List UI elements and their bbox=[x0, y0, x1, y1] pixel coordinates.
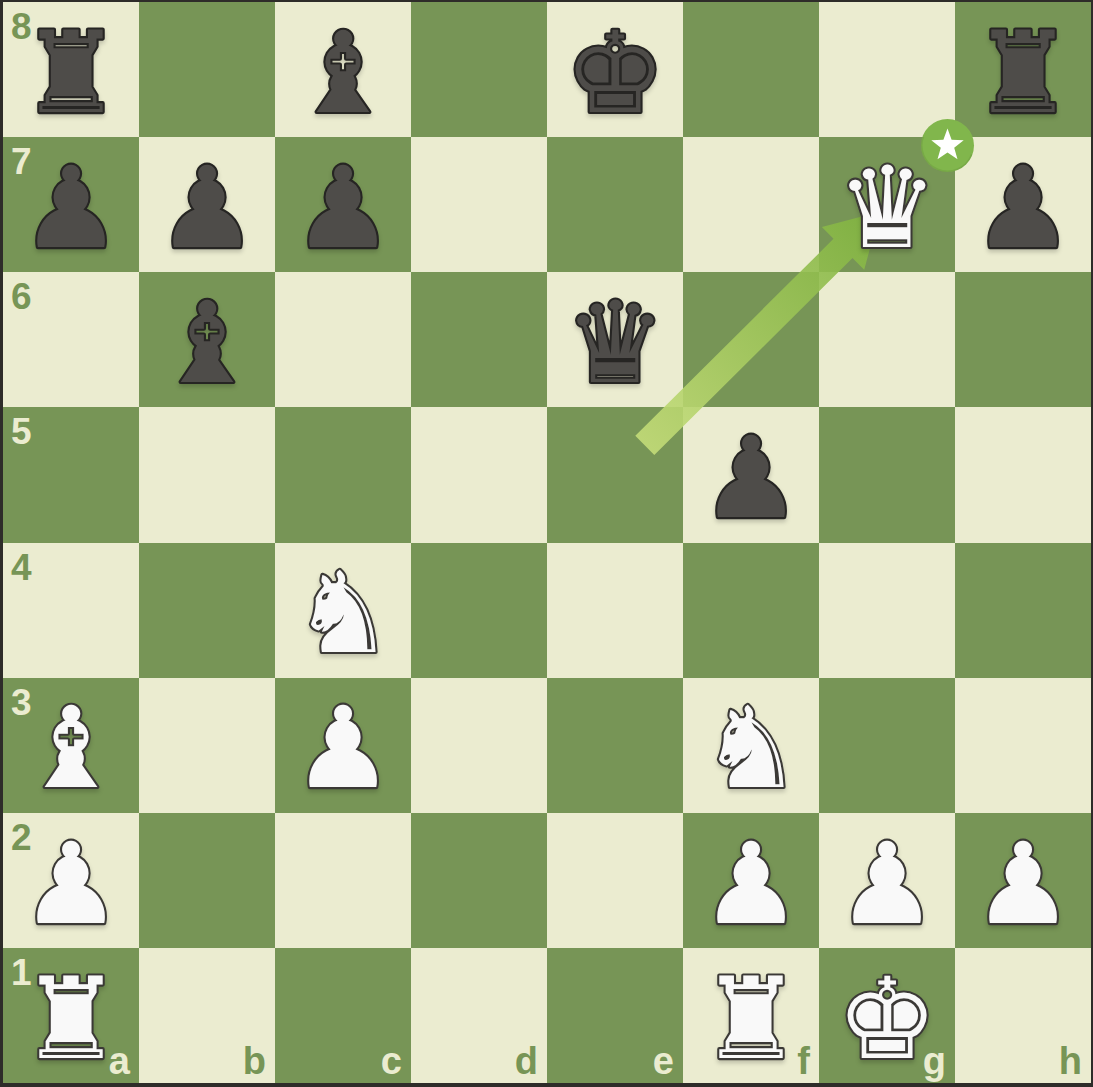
svg-text:♟: ♟ bbox=[20, 822, 121, 940]
square-h6[interactable] bbox=[955, 272, 1091, 407]
square-g2[interactable]: ♟ bbox=[819, 813, 955, 948]
square-c4[interactable]: ♞ bbox=[275, 543, 411, 678]
file-label-h: h bbox=[1059, 1042, 1082, 1080]
svg-text:♚: ♚ bbox=[836, 957, 937, 1075]
square-e7[interactable] bbox=[547, 137, 683, 272]
black-pawn[interactable]: ♟ bbox=[692, 416, 810, 534]
rank-label-6: 6 bbox=[11, 278, 32, 315]
square-e8[interactable]: ♚ bbox=[547, 2, 683, 137]
square-a3[interactable]: 3♝ bbox=[3, 678, 139, 813]
square-g4[interactable] bbox=[819, 543, 955, 678]
rank-label-5: 5 bbox=[11, 413, 32, 450]
square-d3[interactable] bbox=[411, 678, 547, 813]
square-f2[interactable]: ♟ bbox=[683, 813, 819, 948]
svg-text:♝: ♝ bbox=[156, 281, 257, 399]
black-king[interactable]: ♚ bbox=[556, 11, 674, 129]
square-f5[interactable]: ♟ bbox=[683, 407, 819, 542]
svg-text:♟: ♟ bbox=[292, 686, 393, 804]
square-c8[interactable]: ♝ bbox=[275, 2, 411, 137]
square-e6[interactable]: ♛ bbox=[547, 272, 683, 407]
square-e5[interactable] bbox=[547, 407, 683, 542]
square-d8[interactable] bbox=[411, 2, 547, 137]
svg-text:♜: ♜ bbox=[700, 957, 801, 1075]
svg-text:♟: ♟ bbox=[156, 146, 257, 264]
svg-text:♟: ♟ bbox=[972, 146, 1073, 264]
square-f7[interactable] bbox=[683, 137, 819, 272]
square-e3[interactable] bbox=[547, 678, 683, 813]
square-g5[interactable] bbox=[819, 407, 955, 542]
svg-text:♝: ♝ bbox=[20, 686, 121, 804]
square-c1[interactable]: c bbox=[275, 948, 411, 1083]
square-g7[interactable]: ♛ bbox=[819, 137, 955, 272]
square-g8[interactable] bbox=[819, 2, 955, 137]
square-c7[interactable]: ♟ bbox=[275, 137, 411, 272]
square-a8[interactable]: 8♜ bbox=[3, 2, 139, 137]
file-label-c: c bbox=[381, 1042, 402, 1080]
svg-text:♚: ♚ bbox=[564, 11, 665, 129]
svg-text:♟: ♟ bbox=[972, 822, 1073, 940]
square-d5[interactable] bbox=[411, 407, 547, 542]
square-b7[interactable]: ♟ bbox=[139, 137, 275, 272]
black-pawn[interactable]: ♟ bbox=[284, 146, 402, 264]
white-queen[interactable]: ♛ bbox=[828, 146, 946, 264]
square-d2[interactable] bbox=[411, 813, 547, 948]
square-a4[interactable]: 4 bbox=[3, 543, 139, 678]
svg-text:♝: ♝ bbox=[292, 11, 393, 129]
square-b6[interactable]: ♝ bbox=[139, 272, 275, 407]
black-pawn[interactable]: ♟ bbox=[12, 146, 130, 264]
square-g1[interactable]: g♚ bbox=[819, 948, 955, 1083]
svg-text:♛: ♛ bbox=[564, 281, 665, 399]
svg-text:♞: ♞ bbox=[292, 551, 393, 669]
square-e4[interactable] bbox=[547, 543, 683, 678]
square-h7[interactable]: ♟ bbox=[955, 137, 1091, 272]
file-label-b: b bbox=[243, 1042, 266, 1080]
white-knight[interactable]: ♞ bbox=[284, 551, 402, 669]
square-d7[interactable] bbox=[411, 137, 547, 272]
rank-label-4: 4 bbox=[11, 549, 32, 586]
square-h3[interactable] bbox=[955, 678, 1091, 813]
square-d1[interactable]: d bbox=[411, 948, 547, 1083]
square-b2[interactable] bbox=[139, 813, 275, 948]
square-c6[interactable] bbox=[275, 272, 411, 407]
square-b8[interactable] bbox=[139, 2, 275, 137]
square-h5[interactable] bbox=[955, 407, 1091, 542]
square-a6[interactable]: 6 bbox=[3, 272, 139, 407]
square-f3[interactable]: ♞ bbox=[683, 678, 819, 813]
black-bishop[interactable]: ♝ bbox=[284, 11, 402, 129]
white-rook[interactable]: ♜ bbox=[692, 957, 810, 1075]
svg-text:♟: ♟ bbox=[700, 822, 801, 940]
file-label-e: e bbox=[653, 1042, 674, 1080]
white-rook[interactable]: ♜ bbox=[12, 957, 130, 1075]
square-f4[interactable] bbox=[683, 543, 819, 678]
svg-text:♞: ♞ bbox=[700, 686, 801, 804]
square-g6[interactable] bbox=[819, 272, 955, 407]
square-b4[interactable] bbox=[139, 543, 275, 678]
file-label-d: d bbox=[515, 1042, 538, 1080]
svg-text:♜: ♜ bbox=[20, 957, 121, 1075]
white-pawn[interactable]: ♟ bbox=[12, 822, 130, 940]
square-e1[interactable]: e bbox=[547, 948, 683, 1083]
square-h8[interactable]: ♜ bbox=[955, 2, 1091, 137]
white-bishop[interactable]: ♝ bbox=[12, 686, 130, 804]
square-a1[interactable]: 1a♜ bbox=[3, 948, 139, 1083]
white-knight[interactable]: ♞ bbox=[692, 686, 810, 804]
square-a2[interactable]: 2♟ bbox=[3, 813, 139, 948]
square-c5[interactable] bbox=[275, 407, 411, 542]
square-f6[interactable] bbox=[683, 272, 819, 407]
board-frame: 8♜♝♚♜7♟♟♟♛♟6♝♛5♟4♞3♝♟♞2♟♟♟♟1a♜bcdef♜g♚h bbox=[0, 0, 1093, 1087]
chess-board: 8♜♝♚♜7♟♟♟♛♟6♝♛5♟4♞3♝♟♞2♟♟♟♟1a♜bcdef♜g♚h bbox=[3, 2, 1091, 1083]
svg-text:♟: ♟ bbox=[20, 146, 121, 264]
square-d6[interactable] bbox=[411, 272, 547, 407]
square-b1[interactable]: b bbox=[139, 948, 275, 1083]
square-e2[interactable] bbox=[547, 813, 683, 948]
white-pawn[interactable]: ♟ bbox=[964, 822, 1082, 940]
square-c3[interactable]: ♟ bbox=[275, 678, 411, 813]
square-a5[interactable]: 5 bbox=[3, 407, 139, 542]
svg-text:♜: ♜ bbox=[972, 11, 1073, 129]
black-rook[interactable]: ♜ bbox=[12, 11, 130, 129]
square-b5[interactable] bbox=[139, 407, 275, 542]
white-pawn[interactable]: ♟ bbox=[692, 822, 810, 940]
white-pawn[interactable]: ♟ bbox=[284, 686, 402, 804]
square-f8[interactable] bbox=[683, 2, 819, 137]
square-b3[interactable] bbox=[139, 678, 275, 813]
svg-text:♛: ♛ bbox=[836, 146, 937, 264]
svg-text:♟: ♟ bbox=[700, 416, 801, 534]
square-a7[interactable]: 7♟ bbox=[3, 137, 139, 272]
black-rook[interactable]: ♜ bbox=[964, 11, 1082, 129]
svg-text:♟: ♟ bbox=[292, 146, 393, 264]
square-f1[interactable]: f♜ bbox=[683, 948, 819, 1083]
square-h2[interactable]: ♟ bbox=[955, 813, 1091, 948]
black-pawn[interactable]: ♟ bbox=[964, 146, 1082, 264]
svg-text:♜: ♜ bbox=[20, 11, 121, 129]
white-pawn[interactable]: ♟ bbox=[828, 822, 946, 940]
black-bishop[interactable]: ♝ bbox=[148, 281, 266, 399]
svg-text:♟: ♟ bbox=[836, 822, 937, 940]
square-h4[interactable] bbox=[955, 543, 1091, 678]
black-pawn[interactable]: ♟ bbox=[148, 146, 266, 264]
black-queen[interactable]: ♛ bbox=[556, 281, 674, 399]
white-king[interactable]: ♚ bbox=[828, 957, 946, 1075]
square-g3[interactable] bbox=[819, 678, 955, 813]
square-d4[interactable] bbox=[411, 543, 547, 678]
square-c2[interactable] bbox=[275, 813, 411, 948]
square-h1[interactable]: h bbox=[955, 948, 1091, 1083]
